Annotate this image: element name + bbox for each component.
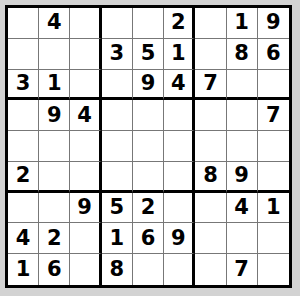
cell-r7c1[interactable]	[8, 193, 39, 224]
cell-r8c8[interactable]	[227, 223, 258, 254]
cell-r3c2[interactable]: 1	[39, 70, 70, 101]
cell-r9c6[interactable]	[164, 254, 195, 285]
cell-r8c9[interactable]	[258, 223, 289, 254]
cell-r3c9[interactable]	[258, 70, 289, 101]
cell-r1c9[interactable]: 9	[258, 8, 289, 39]
cell-r6c1[interactable]: 2	[8, 162, 39, 193]
cell-r8c7[interactable]	[195, 223, 226, 254]
cell-r4c3[interactable]: 4	[70, 100, 101, 131]
cell-r3c7[interactable]: 7	[195, 70, 226, 101]
cell-r7c9[interactable]: 1	[258, 193, 289, 224]
cell-r8c6[interactable]: 9	[164, 223, 195, 254]
cell-r5c5[interactable]	[133, 131, 164, 162]
cell-r2c4[interactable]: 3	[102, 39, 133, 70]
cell-r4c6[interactable]	[164, 100, 195, 131]
cell-r5c1[interactable]	[8, 131, 39, 162]
cell-r3c8[interactable]	[227, 70, 258, 101]
cell-r9c9[interactable]	[258, 254, 289, 285]
cell-r9c1[interactable]: 1	[8, 254, 39, 285]
cell-r9c2[interactable]: 6	[39, 254, 70, 285]
cell-r6c3[interactable]	[70, 162, 101, 193]
cell-r1c8[interactable]: 1	[227, 8, 258, 39]
cell-r5c2[interactable]	[39, 131, 70, 162]
cell-r7c6[interactable]	[164, 193, 195, 224]
cell-r1c3[interactable]	[70, 8, 101, 39]
cell-r6c8[interactable]: 9	[227, 162, 258, 193]
cell-r3c1[interactable]: 3	[8, 70, 39, 101]
cell-r2c7[interactable]	[195, 39, 226, 70]
cell-r2c6[interactable]: 1	[164, 39, 195, 70]
cell-r9c7[interactable]	[195, 254, 226, 285]
cell-r7c5[interactable]: 2	[133, 193, 164, 224]
cell-r8c1[interactable]: 4	[8, 223, 39, 254]
cell-r6c5[interactable]	[133, 162, 164, 193]
cell-r2c3[interactable]	[70, 39, 101, 70]
cell-r7c4[interactable]: 5	[102, 193, 133, 224]
cell-r9c8[interactable]: 7	[227, 254, 258, 285]
cell-r4c7[interactable]	[195, 100, 226, 131]
cell-r5c3[interactable]	[70, 131, 101, 162]
cell-r2c2[interactable]	[39, 39, 70, 70]
cell-r3c4[interactable]	[102, 70, 133, 101]
cell-r3c6[interactable]: 4	[164, 70, 195, 101]
cell-r3c3[interactable]	[70, 70, 101, 101]
cell-r1c6[interactable]: 2	[164, 8, 195, 39]
cell-r4c5[interactable]	[133, 100, 164, 131]
cell-r8c2[interactable]: 2	[39, 223, 70, 254]
cell-r4c2[interactable]: 9	[39, 100, 70, 131]
cell-r4c1[interactable]	[8, 100, 39, 131]
cell-r5c6[interactable]	[164, 131, 195, 162]
cell-r6c4[interactable]	[102, 162, 133, 193]
cell-r1c5[interactable]	[133, 8, 164, 39]
cell-r2c9[interactable]: 6	[258, 39, 289, 70]
cell-r7c7[interactable]	[195, 193, 226, 224]
cell-r5c8[interactable]	[227, 131, 258, 162]
cell-r5c9[interactable]	[258, 131, 289, 162]
cell-r1c4[interactable]	[102, 8, 133, 39]
cell-r7c2[interactable]	[39, 193, 70, 224]
cell-r1c7[interactable]	[195, 8, 226, 39]
cell-r4c4[interactable]	[102, 100, 133, 131]
cell-r4c9[interactable]: 7	[258, 100, 289, 131]
cell-r8c4[interactable]: 1	[102, 223, 133, 254]
cell-r3c5[interactable]: 9	[133, 70, 164, 101]
cell-r5c7[interactable]	[195, 131, 226, 162]
cell-r6c7[interactable]: 8	[195, 162, 226, 193]
cell-r5c4[interactable]	[102, 131, 133, 162]
cell-r9c3[interactable]	[70, 254, 101, 285]
cell-r1c1[interactable]	[8, 8, 39, 39]
cell-r9c4[interactable]: 8	[102, 254, 133, 285]
cell-r7c8[interactable]: 4	[227, 193, 258, 224]
cell-r2c1[interactable]	[8, 39, 39, 70]
cell-r6c2[interactable]	[39, 162, 70, 193]
cell-r8c3[interactable]	[70, 223, 101, 254]
cell-r1c2[interactable]: 4	[39, 8, 70, 39]
cell-r7c3[interactable]: 9	[70, 193, 101, 224]
cell-r9c5[interactable]	[133, 254, 164, 285]
cell-r6c9[interactable]	[258, 162, 289, 193]
cell-r4c8[interactable]	[227, 100, 258, 131]
cell-r8c5[interactable]: 6	[133, 223, 164, 254]
cell-r2c8[interactable]: 8	[227, 39, 258, 70]
cell-r6c6[interactable]	[164, 162, 195, 193]
sudoku-board: 4219351863194794728995241421691687	[5, 5, 292, 288]
cell-r2c5[interactable]: 5	[133, 39, 164, 70]
